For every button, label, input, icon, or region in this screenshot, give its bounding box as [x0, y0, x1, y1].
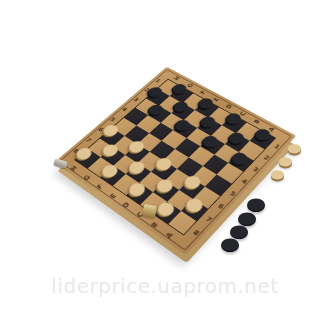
coord-label: 1	[273, 143, 281, 150]
watermark-text: liderprice.uaprom.net	[51, 274, 278, 298]
spare-checker-white-3[interactable]: ●	[270, 168, 285, 180]
game-board: HGFEDCBA HGFEDCBA 12345678 12345678 ●●●●…	[54, 67, 296, 255]
board-surface: HGFEDCBA HGFEDCBA 12345678 12345678 ●●●●…	[54, 67, 296, 255]
coord-label: H	[71, 165, 80, 172]
product-photo-scene: HGFEDCBA HGFEDCBA 12345678 12345678 ●●●●…	[0, 0, 330, 330]
coord-label: G	[84, 174, 93, 181]
coord-label: B	[151, 221, 161, 229]
coord-label: A	[166, 232, 176, 240]
spare-checker-white-1[interactable]: ●	[287, 142, 302, 154]
coord-label: 6	[216, 203, 225, 211]
spare-checker-white-2[interactable]: ●	[278, 155, 293, 167]
coord-label: F	[97, 183, 106, 190]
coord-label: 2	[262, 155, 270, 162]
coord-label: 8	[191, 229, 200, 237]
coord-label: 5	[228, 190, 237, 197]
coord-label: 4	[240, 178, 249, 185]
coord-label: E	[109, 192, 118, 199]
coord-label: 7	[204, 216, 213, 224]
coord-label: D	[123, 201, 133, 209]
coord-label: 3	[251, 166, 259, 173]
front-latch-icon	[142, 204, 157, 218]
spare-checker-black-4[interactable]: ●	[220, 235, 240, 252]
